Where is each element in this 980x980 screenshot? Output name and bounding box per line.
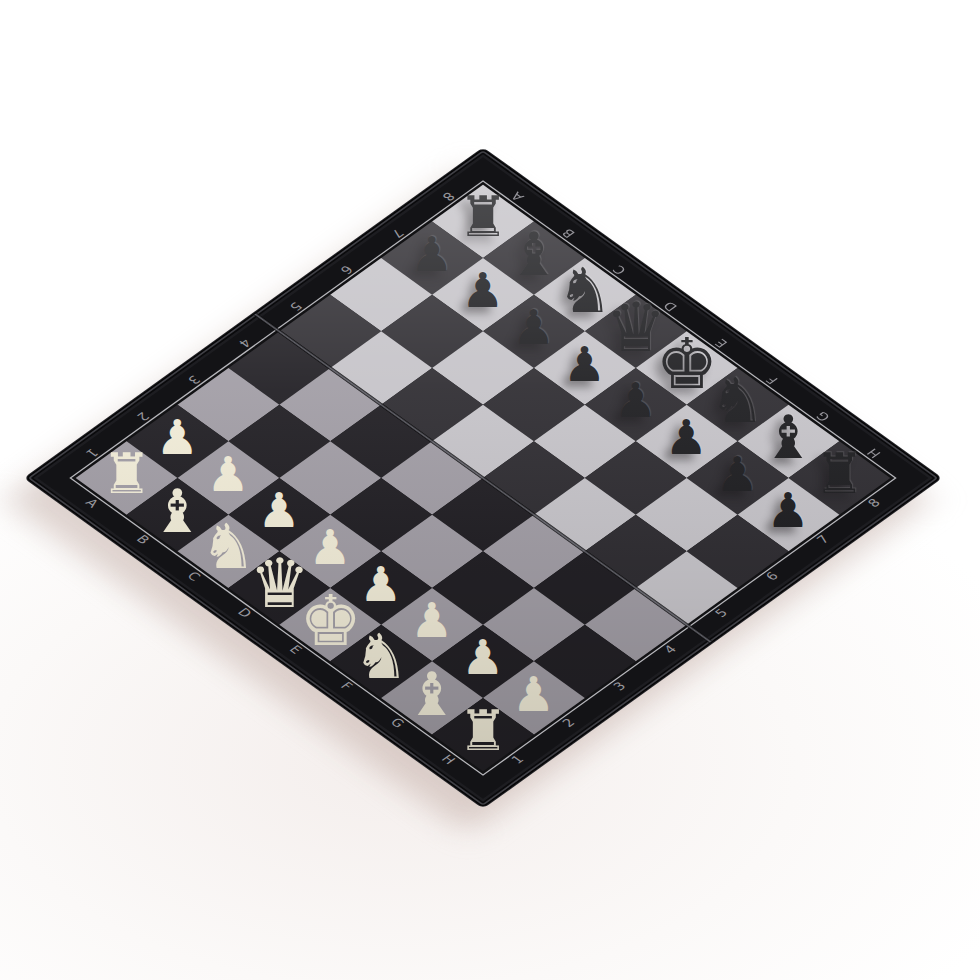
piece-black-rook-h8[interactable]: ♜ bbox=[814, 446, 864, 502]
piece-black-knight-f8[interactable]: ♞ bbox=[710, 370, 766, 432]
photo-stage: ABCDEFGH ABCDEFGH 87654321 87654321 ♜♝♞♛… bbox=[0, 0, 980, 980]
piece-black-rook-a8[interactable]: ♜ bbox=[458, 189, 508, 245]
piece-white-pawn-a2[interactable]: ♟ bbox=[156, 413, 199, 461]
piece-black-pawn-h7[interactable]: ♟ bbox=[767, 487, 810, 535]
chess-board: ABCDEFGH ABCDEFGH 87654321 87654321 ♜♝♞♛… bbox=[25, 148, 941, 808]
piece-white-pawn-e2[interactable]: ♟ bbox=[360, 560, 403, 608]
piece-black-pawn-c7[interactable]: ♟ bbox=[512, 303, 555, 351]
piece-black-bishop-g8[interactable]: ♝ bbox=[762, 407, 816, 467]
piece-white-pawn-f2[interactable]: ♟ bbox=[411, 597, 454, 645]
piece-black-pawn-b7[interactable]: ♟ bbox=[461, 267, 504, 315]
piece-black-pawn-a7[interactable]: ♟ bbox=[411, 230, 454, 278]
piece-white-knight-f1[interactable]: ♞ bbox=[353, 626, 409, 688]
piece-white-pawn-c2[interactable]: ♟ bbox=[258, 487, 301, 535]
piece-black-pawn-d7[interactable]: ♟ bbox=[563, 340, 606, 388]
piece-white-bishop-b1[interactable]: ♝ bbox=[151, 481, 205, 541]
piece-white-rook-a1[interactable]: ♜ bbox=[102, 446, 152, 502]
piece-white-bishop-g1[interactable]: ♝ bbox=[405, 664, 459, 724]
piece-black-knight-c8[interactable]: ♞ bbox=[557, 260, 613, 322]
piece-white-rook-h1[interactable]: ♜ bbox=[458, 703, 508, 759]
piece-black-pawn-e7[interactable]: ♟ bbox=[614, 377, 657, 425]
piece-white-pawn-b2[interactable]: ♟ bbox=[207, 450, 250, 498]
piece-black-bishop-b8[interactable]: ♝ bbox=[507, 224, 561, 284]
piece-white-pawn-g2[interactable]: ♟ bbox=[461, 633, 504, 681]
piece-black-pawn-g7[interactable]: ♟ bbox=[716, 450, 759, 498]
piece-black-pawn-f7[interactable]: ♟ bbox=[665, 413, 708, 461]
piece-white-pawn-d2[interactable]: ♟ bbox=[309, 523, 352, 571]
piece-white-knight-c1[interactable]: ♞ bbox=[201, 516, 257, 578]
piece-white-pawn-h2[interactable]: ♟ bbox=[512, 670, 555, 718]
